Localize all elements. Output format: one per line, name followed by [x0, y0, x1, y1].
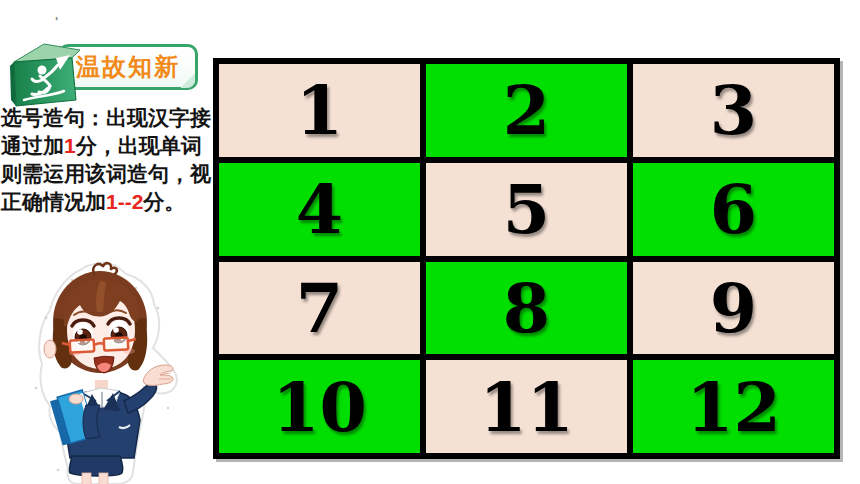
instructions-line-2: 通过加1分，出现单词	[1, 132, 223, 160]
grid-cell-1[interactable]: 1	[216, 61, 423, 160]
slide: ' 温故知新 选号造句：出现汉字接通过加1分，出现单词则需运用该词造句，视正确情…	[0, 0, 860, 484]
ear	[44, 340, 56, 358]
cell-number: 5	[503, 175, 550, 243]
cell-number: 11	[479, 373, 574, 441]
stray-tick-mark: '	[55, 14, 58, 29]
cell-number: 8	[503, 274, 550, 342]
hand-on-book	[69, 394, 83, 404]
cell-number: 12	[686, 373, 781, 441]
grid-cell-5[interactable]: 5	[423, 160, 630, 259]
cell-number: 4	[296, 175, 343, 243]
text-segment: 1	[64, 134, 76, 157]
grid-cell-3[interactable]: 3	[630, 61, 837, 160]
grid-cell-10[interactable]: 10	[216, 357, 423, 456]
grid-cell-6[interactable]: 6	[630, 160, 837, 259]
grid-cell-7[interactable]: 7	[216, 259, 423, 358]
grid-cell-11[interactable]: 11	[423, 357, 630, 456]
teacher-character	[16, 260, 180, 484]
cell-number: 6	[710, 175, 757, 243]
instructions-text: 选号造句：出现汉字接通过加1分，出现单词则需运用该词造句，视正确情况加1--2分…	[1, 104, 223, 216]
cell-number: 1	[296, 76, 343, 144]
cell-number: 9	[710, 274, 757, 342]
grid-cell-4[interactable]: 4	[216, 160, 423, 259]
text-segment: 则需运用该词造句，视	[1, 162, 211, 185]
badge-label: 温故知新	[76, 51, 180, 83]
cell-number: 2	[503, 76, 550, 144]
cell-number: 7	[296, 274, 343, 342]
instructions-line-4: 正确情况加1--2分。	[1, 188, 223, 216]
instructions-line-3: 则需运用该词造句，视	[1, 160, 223, 188]
cell-number: 10	[272, 373, 367, 441]
text-segment: 1--2	[106, 190, 143, 213]
number-grid: 123456789101112	[213, 58, 840, 459]
runner-cube-icon	[4, 34, 84, 110]
leg	[99, 473, 108, 484]
grid-cell-9[interactable]: 9	[630, 259, 837, 358]
text-segment: 正确情况加	[1, 190, 106, 213]
grid-cell-8[interactable]: 8	[423, 259, 630, 358]
text-segment: 通过加	[1, 134, 64, 157]
text-segment: 分，出现单词	[76, 134, 202, 157]
leg	[82, 473, 91, 484]
grid-cell-12[interactable]: 12	[630, 357, 837, 456]
skirt	[69, 456, 123, 476]
grid-cell-2[interactable]: 2	[423, 61, 630, 160]
text-segment: 分。	[143, 190, 185, 213]
cell-number: 3	[710, 76, 757, 144]
